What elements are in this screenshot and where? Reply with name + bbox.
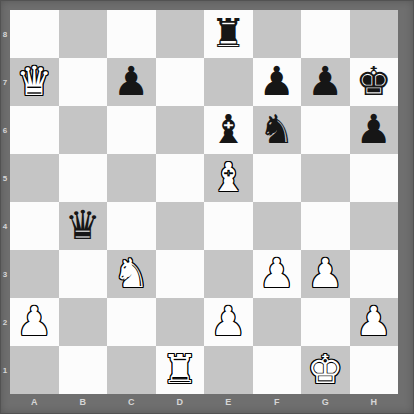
square-g2[interactable] — [301, 298, 350, 346]
piece-black-pawn[interactable]: ♟ — [356, 109, 392, 149]
square-f1[interactable] — [253, 346, 302, 394]
piece-white-pawn[interactable]: ♟ — [356, 301, 392, 341]
file-label-e: E — [204, 392, 253, 412]
piece-black-queen[interactable]: ♛ — [65, 205, 101, 245]
square-c3[interactable]: ♞ — [107, 250, 156, 298]
piece-black-knight[interactable]: ♞ — [259, 109, 295, 149]
square-c5[interactable] — [107, 154, 156, 202]
square-b5[interactable] — [59, 154, 108, 202]
square-g3[interactable]: ♟ — [301, 250, 350, 298]
square-h7[interactable]: ♚ — [350, 58, 399, 106]
chessboard-frame: 8 7 6 5 4 3 2 1 ♜♛♟♟♟♚♝♞♟♝♛♞♟♟♟♟♟♜♚ A B … — [0, 0, 414, 414]
square-c7[interactable]: ♟ — [107, 58, 156, 106]
rank-label-2: 2 — [0, 298, 10, 346]
square-h8[interactable] — [350, 10, 399, 58]
square-g4[interactable] — [301, 202, 350, 250]
file-labels: A B C D E F G H — [10, 392, 398, 412]
square-h6[interactable]: ♟ — [350, 106, 399, 154]
square-g6[interactable] — [301, 106, 350, 154]
file-label-c: C — [107, 392, 156, 412]
square-e6[interactable]: ♝ — [204, 106, 253, 154]
piece-white-rook[interactable]: ♜ — [162, 349, 198, 389]
square-f5[interactable] — [253, 154, 302, 202]
file-label-f: F — [253, 392, 302, 412]
piece-white-king[interactable]: ♚ — [307, 349, 343, 389]
piece-white-pawn[interactable]: ♟ — [259, 253, 295, 293]
square-b8[interactable] — [59, 10, 108, 58]
file-label-b: B — [59, 392, 108, 412]
square-e5[interactable]: ♝ — [204, 154, 253, 202]
square-e1[interactable] — [204, 346, 253, 394]
rank-label-1: 1 — [0, 346, 10, 394]
square-f2[interactable] — [253, 298, 302, 346]
square-d5[interactable] — [156, 154, 205, 202]
square-f7[interactable]: ♟ — [253, 58, 302, 106]
piece-white-pawn[interactable]: ♟ — [210, 301, 246, 341]
rank-label-4: 4 — [0, 202, 10, 250]
square-e4[interactable] — [204, 202, 253, 250]
square-c1[interactable] — [107, 346, 156, 394]
square-a6[interactable] — [10, 106, 59, 154]
square-d8[interactable] — [156, 10, 205, 58]
square-a5[interactable] — [10, 154, 59, 202]
square-h5[interactable] — [350, 154, 399, 202]
square-d2[interactable] — [156, 298, 205, 346]
square-a7[interactable]: ♛ — [10, 58, 59, 106]
piece-black-pawn[interactable]: ♟ — [259, 61, 295, 101]
file-label-a: A — [10, 392, 59, 412]
square-a8[interactable] — [10, 10, 59, 58]
piece-black-king[interactable]: ♚ — [356, 61, 392, 101]
rank-label-7: 7 — [0, 58, 10, 106]
square-f3[interactable]: ♟ — [253, 250, 302, 298]
piece-white-knight[interactable]: ♞ — [113, 253, 149, 293]
square-g1[interactable]: ♚ — [301, 346, 350, 394]
file-label-h: H — [350, 392, 399, 412]
square-h2[interactable]: ♟ — [350, 298, 399, 346]
piece-black-bishop[interactable]: ♝ — [210, 109, 246, 149]
square-f4[interactable] — [253, 202, 302, 250]
board: ♜♛♟♟♟♚♝♞♟♝♛♞♟♟♟♟♟♜♚ — [10, 10, 398, 394]
square-c8[interactable] — [107, 10, 156, 58]
square-h4[interactable] — [350, 202, 399, 250]
piece-black-pawn[interactable]: ♟ — [307, 61, 343, 101]
square-d4[interactable] — [156, 202, 205, 250]
square-c2[interactable] — [107, 298, 156, 346]
square-a3[interactable] — [10, 250, 59, 298]
file-label-g: G — [301, 392, 350, 412]
square-a1[interactable] — [10, 346, 59, 394]
square-e3[interactable] — [204, 250, 253, 298]
square-e8[interactable]: ♜ — [204, 10, 253, 58]
square-b1[interactable] — [59, 346, 108, 394]
square-h1[interactable] — [350, 346, 399, 394]
square-c4[interactable] — [107, 202, 156, 250]
square-f6[interactable]: ♞ — [253, 106, 302, 154]
square-b4[interactable]: ♛ — [59, 202, 108, 250]
square-a2[interactable]: ♟ — [10, 298, 59, 346]
square-e7[interactable] — [204, 58, 253, 106]
square-a4[interactable] — [10, 202, 59, 250]
file-label-d: D — [156, 392, 205, 412]
square-b6[interactable] — [59, 106, 108, 154]
square-g8[interactable] — [301, 10, 350, 58]
rank-labels: 8 7 6 5 4 3 2 1 — [0, 10, 10, 394]
square-g5[interactable] — [301, 154, 350, 202]
square-e2[interactable]: ♟ — [204, 298, 253, 346]
square-b2[interactable] — [59, 298, 108, 346]
square-f8[interactable] — [253, 10, 302, 58]
piece-black-rook[interactable]: ♜ — [210, 13, 246, 53]
piece-white-queen[interactable]: ♛ — [16, 61, 52, 101]
rank-label-5: 5 — [0, 154, 10, 202]
rank-label-6: 6 — [0, 106, 10, 154]
piece-white-pawn[interactable]: ♟ — [307, 253, 343, 293]
rank-label-8: 8 — [0, 10, 10, 58]
square-g7[interactable]: ♟ — [301, 58, 350, 106]
piece-black-pawn[interactable]: ♟ — [113, 61, 149, 101]
piece-white-bishop[interactable]: ♝ — [210, 157, 246, 197]
square-d7[interactable] — [156, 58, 205, 106]
square-d6[interactable] — [156, 106, 205, 154]
square-h3[interactable] — [350, 250, 399, 298]
rank-label-3: 3 — [0, 250, 10, 298]
square-d1[interactable]: ♜ — [156, 346, 205, 394]
square-d3[interactable] — [156, 250, 205, 298]
square-b3[interactable] — [59, 250, 108, 298]
square-b7[interactable] — [59, 58, 108, 106]
square-c6[interactable] — [107, 106, 156, 154]
piece-white-pawn[interactable]: ♟ — [16, 301, 52, 341]
